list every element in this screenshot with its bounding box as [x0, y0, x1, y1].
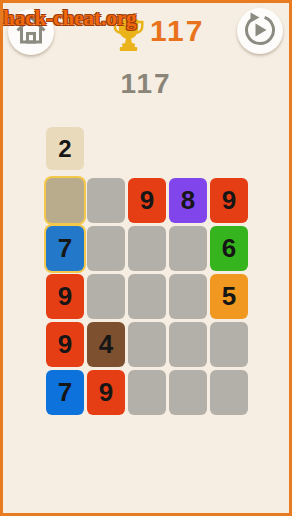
empty-cell[interactable]	[128, 274, 166, 319]
best-score: 117	[150, 14, 204, 48]
tile-9[interactable]: 9	[46, 274, 84, 319]
empty-cell[interactable]	[169, 322, 207, 367]
empty-cell[interactable]	[169, 274, 207, 319]
empty-cell[interactable]	[169, 370, 207, 415]
tile-9[interactable]: 9	[46, 322, 84, 367]
empty-cell[interactable]	[128, 226, 166, 271]
empty-cell[interactable]	[210, 370, 248, 415]
drop-target-cell[interactable]	[46, 178, 84, 223]
watermark: hack-cheat.org	[3, 6, 137, 31]
tile-7[interactable]: 7	[46, 370, 84, 415]
empty-cell[interactable]	[169, 226, 207, 271]
next-tile[interactable]: 2	[46, 127, 84, 170]
empty-cell[interactable]	[87, 178, 125, 223]
tile-6[interactable]: 6	[210, 226, 248, 271]
board-grid: 98976959479	[46, 178, 248, 415]
tile-4[interactable]: 4	[87, 322, 125, 367]
tile-5[interactable]: 5	[210, 274, 248, 319]
empty-cell[interactable]	[87, 274, 125, 319]
tile-8[interactable]: 8	[169, 178, 207, 223]
tile-9[interactable]: 9	[87, 370, 125, 415]
tile-9[interactable]: 9	[128, 178, 166, 223]
empty-cell[interactable]	[210, 322, 248, 367]
current-score: 117	[3, 68, 289, 100]
restart-button[interactable]	[237, 8, 283, 54]
tile-9[interactable]: 9	[210, 178, 248, 223]
empty-cell[interactable]	[87, 226, 125, 271]
tile-7[interactable]: 7	[46, 226, 84, 271]
empty-cell[interactable]	[128, 370, 166, 415]
empty-cell[interactable]	[128, 322, 166, 367]
restart-icon	[237, 6, 283, 56]
